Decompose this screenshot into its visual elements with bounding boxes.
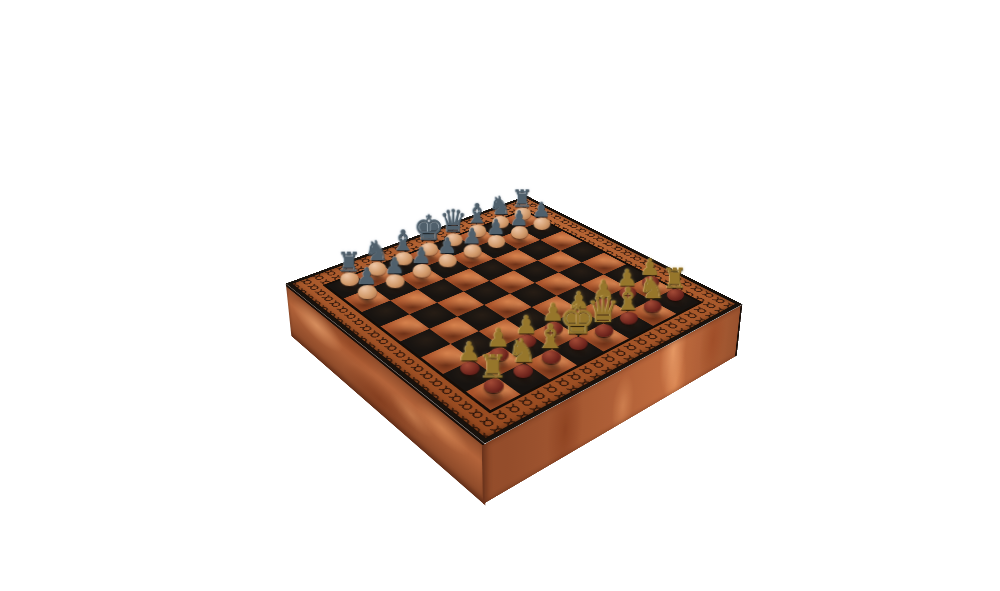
chessboard: ♜♞♝♛♚♝♞♜♟♟♟♟♟♟♟♟♟♟♟♟♟♟♟♟♜♞♝♛♚♝♞♜ xyxy=(286,196,743,444)
piece-glyph: ♜ xyxy=(479,350,507,382)
pieces-layer: ♜♞♝♛♚♝♞♜♟♟♟♟♟♟♟♟♟♟♟♟♟♟♟♟♜♞♝♛♚♝♞♜ xyxy=(286,195,743,443)
piece-base xyxy=(357,285,376,299)
product-photo-scene: ♜♞♝♛♚♝♞♜♟♟♟♟♟♟♟♟♟♟♟♟♟♟♟♟♜♞♝♛♚♝♞♜ xyxy=(0,0,1000,591)
piece-base xyxy=(483,378,503,392)
perspective-stage: ♜♞♝♛♚♝♞♜♟♟♟♟♟♟♟♟♟♟♟♟♟♟♟♟♜♞♝♛♚♝♞♜ xyxy=(0,0,1000,591)
